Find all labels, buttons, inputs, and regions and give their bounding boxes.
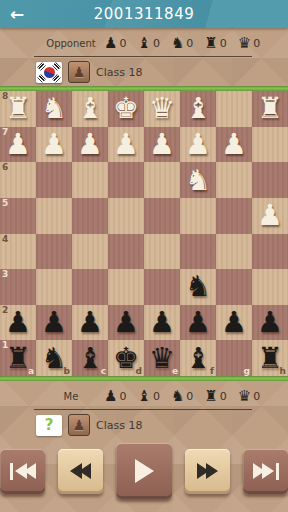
square-h2: ♟ — [252, 305, 288, 341]
square-g8 — [216, 91, 252, 127]
square-h5: ♟ — [252, 198, 288, 234]
me-label: Me — [40, 391, 102, 402]
square-e2: ♟ — [144, 305, 180, 341]
white-pawn: ♟ — [144, 127, 180, 163]
queen-icon: ♛ — [238, 389, 251, 404]
black-pawn: ♟ — [180, 305, 216, 341]
taegeuk-icon — [44, 67, 55, 78]
square-b8: ♞ — [36, 91, 72, 127]
black-pawn: ♟ — [0, 305, 36, 341]
me-identity-row: ? ♟ Class 18 — [36, 414, 288, 436]
square-e3 — [144, 269, 180, 305]
rewind-icon — [70, 463, 91, 479]
opponent-label: Opponent — [40, 38, 102, 49]
black-rook: ♜ — [0, 340, 36, 376]
square-e5 — [144, 198, 180, 234]
captured-pawn-count: 0 — [119, 390, 126, 403]
knight-icon: ♞ — [171, 36, 184, 51]
square-f2: ♟ — [180, 305, 216, 341]
square-h6 — [252, 162, 288, 198]
square-a2: 2♟ — [0, 305, 36, 341]
square-c8: ♝ — [72, 91, 108, 127]
white-rook: ♜ — [252, 91, 288, 127]
file-label-g: g — [244, 366, 250, 376]
square-h3 — [252, 269, 288, 305]
square-c3 — [72, 269, 108, 305]
rook-icon: ♜ — [204, 36, 217, 51]
captured-knight-count: 0 — [186, 37, 193, 50]
me-separator — [34, 409, 252, 410]
square-c4 — [72, 234, 108, 270]
fast-forward-button[interactable] — [185, 449, 230, 494]
square-g6 — [216, 162, 252, 198]
captured-rook-count: 0 — [220, 390, 227, 403]
black-knight: ♞ — [180, 269, 216, 305]
white-queen: ♛ — [144, 91, 180, 127]
square-g7: ♟ — [216, 127, 252, 163]
square-e4 — [144, 234, 180, 270]
rewind-button[interactable] — [58, 449, 103, 494]
bishop-icon: ♝ — [137, 36, 150, 51]
square-c7: ♟ — [72, 127, 108, 163]
square-e6 — [144, 162, 180, 198]
me-avatar: ♟ — [68, 414, 90, 436]
square-b3 — [36, 269, 72, 305]
white-pawn: ♟ — [36, 127, 72, 163]
playback-controls — [0, 435, 288, 507]
square-f8: ♝ — [180, 91, 216, 127]
captured-knight-count: 0 — [186, 390, 193, 403]
white-knight: ♞ — [36, 91, 72, 127]
square-h7 — [252, 127, 288, 163]
white-pawn: ♟ — [216, 127, 252, 163]
white-pawn: ♟ — [252, 198, 288, 234]
square-f6: ♞ — [180, 162, 216, 198]
black-pawn: ♟ — [144, 305, 180, 341]
square-a3: 3 — [0, 269, 36, 305]
square-e1: e♛ — [144, 340, 180, 376]
square-c5 — [72, 198, 108, 234]
black-king: ♚ — [108, 340, 144, 376]
square-c2: ♟ — [72, 305, 108, 341]
captured-bishop-count: 0 — [153, 37, 160, 50]
square-f4 — [180, 234, 216, 270]
play-button[interactable] — [116, 443, 172, 499]
square-f7: ♟ — [180, 127, 216, 163]
square-a4: 4 — [0, 234, 36, 270]
pawn-avatar-icon: ♟ — [73, 65, 86, 79]
skip-to-end-button[interactable] — [243, 449, 288, 494]
white-pawn: ♟ — [0, 127, 36, 163]
square-h4 — [252, 234, 288, 270]
square-h1: h♜ — [252, 340, 288, 376]
rook-icon: ♜ — [204, 389, 217, 404]
captured-rook-count: 0 — [220, 37, 227, 50]
game-id-title: 2001311849 — [0, 5, 288, 23]
square-g5 — [216, 198, 252, 234]
rank-label-5: 5 — [2, 198, 8, 208]
opponent-captured-row: Opponent ♟0♝0♞0♜0♛0 — [0, 32, 288, 54]
square-a7: 7♟ — [0, 127, 36, 163]
square-g4 — [216, 234, 252, 270]
captured-bishop-count: 0 — [153, 390, 160, 403]
square-h8: ♜ — [252, 91, 288, 127]
square-a8: 8♜ — [0, 91, 36, 127]
captured-queen-count: 0 — [253, 37, 260, 50]
skip-to-start-icon — [10, 463, 36, 480]
knight-icon: ♞ — [171, 389, 184, 404]
square-f5 — [180, 198, 216, 234]
square-a6: 6 — [0, 162, 36, 198]
square-f1: f♝ — [180, 340, 216, 376]
black-bishop: ♝ — [72, 340, 108, 376]
skip-to-end-icon — [253, 463, 279, 480]
white-bishop: ♝ — [72, 91, 108, 127]
square-e7: ♟ — [144, 127, 180, 163]
white-king: ♚ — [108, 91, 144, 127]
me-class: Class 18 — [96, 419, 142, 432]
me-captured-list: ♟0♝0♞0♜0♛0 — [104, 389, 260, 404]
pawn-icon: ♟ — [104, 36, 117, 51]
square-b4 — [36, 234, 72, 270]
black-queen: ♛ — [144, 340, 180, 376]
opponent-avatar: ♟ — [68, 61, 90, 83]
square-d6 — [108, 162, 144, 198]
chess-board: 8♜♞♝♚♛♝♜7♟♟♟♟♟♟♟6♞5♟43♞2♟♟♟♟♟♟♟♟1a♜b♞c♝d… — [0, 91, 288, 376]
square-d8: ♚ — [108, 91, 144, 127]
opponent-identity-row: ♟ Class 18 — [36, 61, 288, 83]
captured-knight: ♞0 — [171, 36, 193, 51]
opponent-captured-list: ♟0♝0♞0♜0♛0 — [104, 36, 260, 51]
top-bar: ← 2001311849 — [0, 0, 288, 28]
unknown-flag-icon: ? — [36, 415, 62, 436]
square-d2: ♟ — [108, 305, 144, 341]
square-b2: ♟ — [36, 305, 72, 341]
queen-icon: ♛ — [238, 36, 251, 51]
captured-pawn: ♟0 — [104, 389, 126, 404]
square-g3 — [216, 269, 252, 305]
captured-queen-count: 0 — [253, 390, 260, 403]
rank-label-4: 4 — [2, 234, 8, 244]
white-rook: ♜ — [0, 91, 36, 127]
square-d5 — [108, 198, 144, 234]
square-a5: 5 — [0, 198, 36, 234]
square-b7: ♟ — [36, 127, 72, 163]
square-g1: g — [216, 340, 252, 376]
white-knight: ♞ — [180, 162, 216, 198]
square-b6 — [36, 162, 72, 198]
rank-label-6: 6 — [2, 162, 8, 172]
square-f3: ♞ — [180, 269, 216, 305]
play-icon — [135, 459, 154, 483]
black-pawn: ♟ — [72, 305, 108, 341]
square-d3 — [108, 269, 144, 305]
captured-pawn: ♟0 — [104, 36, 126, 51]
black-pawn: ♟ — [108, 305, 144, 341]
rank-label-3: 3 — [2, 269, 8, 279]
captured-bishop: ♝0 — [137, 389, 159, 404]
captured-knight: ♞0 — [171, 389, 193, 404]
captured-bishop: ♝0 — [137, 36, 159, 51]
white-pawn: ♟ — [108, 127, 144, 163]
captured-pawn-count: 0 — [119, 37, 126, 50]
captured-rook: ♜0 — [204, 389, 226, 404]
black-pawn: ♟ — [216, 305, 252, 341]
square-g2: ♟ — [216, 305, 252, 341]
skip-to-start-button[interactable] — [0, 449, 45, 494]
black-rook: ♜ — [252, 340, 288, 376]
square-e8: ♛ — [144, 91, 180, 127]
fast-forward-icon — [197, 463, 218, 479]
question-mark-icon: ? — [45, 416, 54, 434]
me-captured-row: Me ♟0♝0♞0♜0♛0 — [0, 385, 288, 407]
white-pawn: ♟ — [180, 127, 216, 163]
square-b1: b♞ — [36, 340, 72, 376]
bishop-icon: ♝ — [137, 389, 150, 404]
captured-rook: ♜0 — [204, 36, 226, 51]
square-a1: 1a♜ — [0, 340, 36, 376]
black-pawn: ♟ — [252, 305, 288, 341]
square-c6 — [72, 162, 108, 198]
square-c1: c♝ — [72, 340, 108, 376]
black-pawn: ♟ — [36, 305, 72, 341]
square-d7: ♟ — [108, 127, 144, 163]
pawn-icon: ♟ — [104, 389, 117, 404]
square-d1: d♚ — [108, 340, 144, 376]
opponent-separator — [34, 56, 252, 57]
pawn-avatar-icon: ♟ — [73, 418, 86, 432]
me-panel: Me ♟0♝0♞0♜0♛0 ? ♟ Class 18 — [0, 381, 288, 435]
app-screen: ← 2001311849 Opponent ♟0♝0♞0♜0♛0 ♟ Class… — [0, 0, 288, 512]
opponent-panel: Opponent ♟0♝0♞0♜0♛0 ♟ Class 18 — [0, 28, 288, 86]
south-korea-flag-icon — [36, 62, 62, 83]
square-b5 — [36, 198, 72, 234]
black-knight: ♞ — [36, 340, 72, 376]
captured-queen: ♛0 — [238, 389, 260, 404]
captured-queen: ♛0 — [238, 36, 260, 51]
white-pawn: ♟ — [72, 127, 108, 163]
square-d4 — [108, 234, 144, 270]
white-bishop: ♝ — [180, 91, 216, 127]
black-bishop: ♝ — [180, 340, 216, 376]
opponent-class: Class 18 — [96, 66, 142, 79]
